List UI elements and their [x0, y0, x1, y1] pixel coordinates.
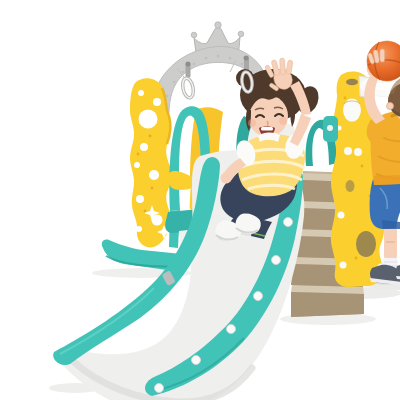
product-photo [40, 16, 400, 400]
boy-ear [387, 103, 394, 110]
playset-scene [40, 16, 400, 400]
